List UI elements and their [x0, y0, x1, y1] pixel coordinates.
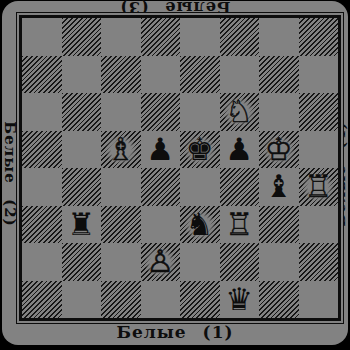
square-e1[interactable] [180, 281, 220, 319]
square-g2[interactable] [259, 243, 299, 281]
square-c7[interactable] [101, 56, 141, 94]
square-h3[interactable] [299, 206, 339, 244]
square-a4[interactable] [22, 168, 62, 206]
square-e6[interactable] [180, 93, 220, 131]
white-rook[interactable]: ♖ [222, 208, 256, 241]
white-pawn[interactable]: ♙ [143, 245, 177, 278]
square-e7[interactable] [180, 56, 220, 94]
square-e3[interactable]: ♞ [180, 206, 220, 244]
square-c4[interactable] [101, 168, 141, 206]
square-a2[interactable] [22, 243, 62, 281]
square-f4[interactable] [220, 168, 260, 206]
square-d3[interactable] [141, 206, 181, 244]
square-d8[interactable] [141, 18, 181, 56]
chess-board: ♘♗♟♚♟♔♝♖♜♞♖♙♛ [19, 15, 341, 321]
square-f8[interactable] [220, 18, 260, 56]
square-a7[interactable] [22, 56, 62, 94]
square-h1[interactable] [299, 281, 339, 319]
square-f1[interactable]: ♛ [220, 281, 260, 319]
square-h2[interactable] [299, 243, 339, 281]
side-label-bottom: Белые (1) [2, 322, 348, 342]
square-d1[interactable] [141, 281, 181, 319]
square-g3[interactable] [259, 206, 299, 244]
white-knight[interactable]: ♘ [222, 95, 256, 128]
square-e5[interactable]: ♚ [180, 131, 220, 169]
square-g7[interactable] [259, 56, 299, 94]
side-label-left: Белые (2) [1, 108, 19, 240]
black-rook[interactable]: ♜ [64, 208, 98, 241]
square-c1[interactable] [101, 281, 141, 319]
square-b5[interactable] [62, 131, 102, 169]
square-c2[interactable] [101, 243, 141, 281]
square-c8[interactable] [101, 18, 141, 56]
square-d4[interactable] [141, 168, 181, 206]
square-g1[interactable] [259, 281, 299, 319]
square-g8[interactable] [259, 18, 299, 56]
square-f6[interactable]: ♘ [220, 93, 260, 131]
square-a5[interactable] [22, 131, 62, 169]
square-d6[interactable] [141, 93, 181, 131]
square-c5[interactable]: ♗ [101, 131, 141, 169]
black-queen[interactable]: ♛ [222, 283, 256, 316]
square-b1[interactable] [62, 281, 102, 319]
square-b3[interactable]: ♜ [62, 206, 102, 244]
black-knight[interactable]: ♞ [183, 208, 217, 241]
scanned-book-page: Белые (3) Белые (2) Белые (4) Белые (1) … [2, 1, 348, 345]
square-f7[interactable] [220, 56, 260, 94]
square-c3[interactable] [101, 206, 141, 244]
black-pawn[interactable]: ♟ [143, 133, 177, 166]
square-g4[interactable]: ♝ [259, 168, 299, 206]
square-b6[interactable] [62, 93, 102, 131]
black-pawn[interactable]: ♟ [222, 133, 256, 166]
square-e2[interactable] [180, 243, 220, 281]
black-bishop[interactable]: ♝ [262, 170, 296, 203]
square-h8[interactable] [299, 18, 339, 56]
square-d7[interactable] [141, 56, 181, 94]
black-king[interactable]: ♚ [183, 133, 217, 166]
square-d5[interactable]: ♟ [141, 131, 181, 169]
square-f5[interactable]: ♟ [220, 131, 260, 169]
square-b2[interactable] [62, 243, 102, 281]
square-d2[interactable]: ♙ [141, 243, 181, 281]
square-h5[interactable] [299, 131, 339, 169]
square-a8[interactable] [22, 18, 62, 56]
square-e8[interactable] [180, 18, 220, 56]
square-f3[interactable]: ♖ [220, 206, 260, 244]
square-g6[interactable] [259, 93, 299, 131]
white-rook[interactable]: ♖ [301, 170, 335, 203]
square-f2[interactable] [220, 243, 260, 281]
square-h7[interactable] [299, 56, 339, 94]
square-a3[interactable] [22, 206, 62, 244]
square-a1[interactable] [22, 281, 62, 319]
square-h4[interactable]: ♖ [299, 168, 339, 206]
square-b8[interactable] [62, 18, 102, 56]
white-king[interactable]: ♔ [262, 133, 296, 166]
square-b4[interactable] [62, 168, 102, 206]
square-b7[interactable] [62, 56, 102, 94]
square-a6[interactable] [22, 93, 62, 131]
white-bishop[interactable]: ♗ [104, 133, 138, 166]
square-g5[interactable]: ♔ [259, 131, 299, 169]
square-c6[interactable] [101, 93, 141, 131]
square-h6[interactable] [299, 93, 339, 131]
square-e4[interactable] [180, 168, 220, 206]
